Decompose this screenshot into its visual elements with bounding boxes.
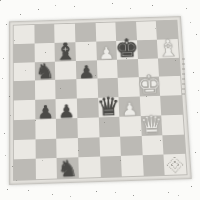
chess-board: ♝♟♚♝♞♟♚♟♟♛♟♛♞	[13, 20, 188, 181]
square-f7: ♚	[116, 40, 137, 59]
square-g6	[138, 58, 160, 77]
square-b6: ♞	[34, 61, 55, 80]
square-f8	[116, 22, 137, 41]
square-h8	[156, 21, 178, 40]
square-c2	[56, 138, 78, 159]
square-f6	[117, 59, 139, 78]
square-b5	[35, 80, 56, 100]
square-h2	[163, 134, 186, 155]
square-d3	[77, 117, 99, 137]
square-e1	[100, 156, 122, 177]
square-b2	[35, 138, 57, 159]
film-grain-noise-light	[0, 0, 1, 1]
square-e2	[99, 136, 121, 157]
square-h5	[159, 76, 181, 96]
corner-motif	[167, 156, 184, 173]
square-b4: ♟	[35, 99, 56, 119]
square-f2	[120, 135, 142, 156]
square-d6: ♟	[76, 60, 97, 79]
square-a8	[14, 25, 35, 44]
square-h3	[162, 115, 184, 135]
square-h1	[164, 154, 187, 175]
piece-black-bishop: ♝	[54, 39, 77, 63]
square-e4: ♛	[98, 97, 120, 117]
square-a1	[14, 159, 36, 180]
piece-black-knight: ♞	[57, 157, 78, 180]
square-h4	[160, 95, 182, 115]
square-b8	[34, 24, 55, 43]
square-c5	[55, 79, 76, 99]
square-d7	[75, 41, 96, 60]
piece-black-queen: ♛	[96, 93, 120, 119]
square-b7	[34, 43, 55, 62]
square-e7: ♟	[96, 41, 117, 60]
square-d1	[78, 157, 100, 178]
piece-white-queen: ♛	[139, 111, 164, 137]
square-f5	[118, 77, 140, 97]
square-a5	[14, 81, 35, 101]
square-d5	[76, 79, 97, 99]
square-g5: ♚	[139, 77, 161, 97]
square-f1	[121, 155, 143, 176]
square-a6	[14, 62, 35, 82]
square-f3	[119, 116, 141, 136]
piece-white-bishop: ♝	[156, 36, 180, 60]
square-g4	[140, 96, 162, 116]
square-a7	[14, 43, 35, 62]
square-h7: ♝	[157, 39, 179, 58]
square-e5	[97, 78, 119, 98]
square-b3	[35, 119, 56, 139]
square-c4: ♟	[56, 98, 77, 118]
square-d2	[78, 137, 100, 158]
square-d4	[77, 98, 99, 118]
square-g7	[137, 39, 159, 58]
square-e3	[98, 117, 120, 137]
square-c7: ♝	[55, 42, 76, 61]
chessboard-photo: ♝♟♚♝♞♟♚♟♟♛♟♛♞	[0, 0, 200, 200]
square-e6	[96, 59, 117, 78]
square-g8	[136, 21, 157, 40]
square-c3	[56, 118, 78, 138]
film-grain-noise	[0, 0, 1, 1]
square-c6	[55, 61, 76, 80]
square-c1: ♞	[57, 158, 79, 179]
square-g2	[141, 135, 163, 156]
square-a2	[14, 139, 35, 160]
square-h6	[158, 57, 180, 76]
square-a4	[14, 100, 35, 120]
square-a3	[14, 119, 35, 139]
square-b1	[35, 158, 57, 179]
chess-board-frame: ♝♟♚♝♞♟♚♟♟♛♟♛♞	[9, 16, 192, 185]
square-g3: ♛	[140, 115, 162, 135]
square-d8	[75, 23, 96, 42]
square-f4: ♟	[119, 96, 141, 116]
square-e8	[95, 22, 116, 41]
square-g1	[142, 155, 165, 176]
square-c8	[54, 24, 75, 43]
